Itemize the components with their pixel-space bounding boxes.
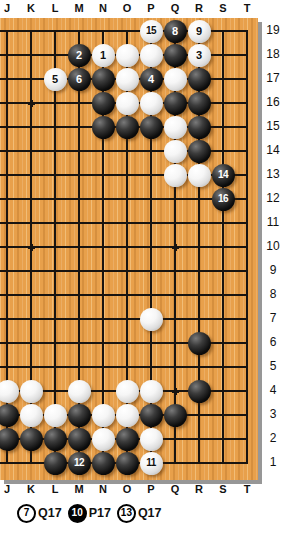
white-stone-R13	[188, 164, 211, 187]
star-point-Q4	[172, 388, 179, 395]
white-stone-Q13	[164, 164, 187, 187]
row-label-14: 14	[262, 143, 284, 157]
row-label-7: 7	[262, 311, 284, 325]
row-label-13: 13	[262, 167, 284, 181]
grid-line-col-S	[222, 30, 224, 464]
row-label-3: 3	[262, 407, 284, 421]
black-stone-M17: 6	[68, 68, 91, 91]
bottom-col-label-J: J	[0, 483, 17, 495]
move-number: 3	[196, 50, 202, 61]
black-stone-O1	[116, 452, 139, 475]
black-stone-N15	[92, 116, 115, 139]
black-stone-N17	[92, 68, 115, 91]
bottom-col-label-O: O	[117, 483, 137, 495]
row-label-9: 9	[262, 263, 284, 277]
row-label-1: 1	[262, 455, 284, 469]
grid-line-row-10	[0, 246, 248, 248]
black-stone-L1	[44, 452, 67, 475]
black-stone-Q18	[164, 44, 187, 67]
star-point-Q10	[172, 244, 179, 251]
bottom-col-label-P: P	[141, 483, 161, 495]
move-number: 6	[76, 74, 82, 85]
top-col-label-P: P	[141, 2, 161, 14]
white-stone-O18	[116, 44, 139, 67]
row-label-6: 6	[262, 335, 284, 349]
row-label-12: 12	[262, 191, 284, 205]
grid-line-row-12	[0, 198, 248, 200]
black-stone-S13: 14	[212, 164, 235, 187]
row-label-17: 17	[262, 71, 284, 85]
black-stone-O15	[116, 116, 139, 139]
black-stone-J2	[0, 428, 19, 451]
white-stone-K3	[20, 404, 43, 427]
grid-line-row-7	[0, 318, 248, 320]
black-stone-M1: 12	[68, 452, 91, 475]
top-col-label-S: S	[213, 2, 233, 14]
black-stone-K2	[20, 428, 43, 451]
bottom-col-label-T: T	[237, 483, 257, 495]
black-stone-P15	[140, 116, 163, 139]
bottom-col-label-Q: Q	[165, 483, 185, 495]
black-stone-S12: 16	[212, 188, 235, 211]
move-number: 16	[218, 194, 228, 204]
caption: 7Q1710P1713Q17	[17, 503, 166, 523]
go-board[interactable]: 158921356414161211	[0, 18, 258, 480]
white-stone-L3	[44, 404, 67, 427]
white-stone-O4	[116, 380, 139, 403]
bottom-col-label-L: L	[45, 483, 65, 495]
top-col-label-J: J	[0, 2, 17, 14]
black-stone-R14	[188, 140, 211, 163]
white-stone-M4	[68, 380, 91, 403]
white-stone-R19: 9	[188, 20, 211, 43]
row-label-8: 8	[262, 287, 284, 301]
top-col-label-K: K	[21, 2, 41, 14]
move-number: 5	[52, 74, 58, 85]
white-stone-J4	[0, 380, 19, 403]
white-stone-O3	[116, 404, 139, 427]
move-number: 11	[146, 458, 156, 468]
grid-line-row-8	[0, 294, 248, 296]
white-stone-P19: 15	[140, 20, 163, 43]
move-number: 8	[172, 26, 178, 37]
white-stone-P2	[140, 428, 163, 451]
row-label-4: 4	[262, 383, 284, 397]
black-stone-M3	[68, 404, 91, 427]
white-stone-N2	[92, 428, 115, 451]
grid-line-row-11	[0, 222, 248, 224]
move-number: 9	[196, 26, 202, 37]
black-stone-P3	[140, 404, 163, 427]
grid-line-row-5	[0, 366, 248, 368]
star-point-K10	[28, 244, 35, 251]
grid-line-row-14	[0, 150, 248, 152]
grid-line-row-13	[0, 174, 248, 176]
row-label-2: 2	[262, 431, 284, 445]
black-stone-R16	[188, 92, 211, 115]
top-col-label-N: N	[93, 2, 113, 14]
black-stone-R4	[188, 380, 211, 403]
move-number: 15	[146, 26, 156, 36]
black-stone-M18: 2	[68, 44, 91, 67]
black-stone-P17: 4	[140, 68, 163, 91]
move-number: 14	[218, 170, 228, 180]
caption-move-10-chip: 10	[68, 504, 87, 523]
row-label-18: 18	[262, 47, 284, 61]
top-col-label-L: L	[45, 2, 65, 14]
black-stone-R15	[188, 116, 211, 139]
white-stone-N3	[92, 404, 115, 427]
move-number: 4	[148, 74, 154, 85]
white-stone-N18: 1	[92, 44, 115, 67]
black-stone-N1	[92, 452, 115, 475]
black-stone-J3	[0, 404, 19, 427]
white-stone-P4	[140, 380, 163, 403]
caption-move-13-chip: 13	[117, 504, 136, 523]
black-stone-L2	[44, 428, 67, 451]
white-stone-Q17	[164, 68, 187, 91]
caption-move-7-point: Q17	[38, 506, 62, 520]
caption-move-7-chip: 7	[17, 504, 36, 523]
white-stone-R18: 3	[188, 44, 211, 67]
row-label-19: 19	[262, 23, 284, 37]
bottom-col-label-S: S	[213, 483, 233, 495]
white-stone-P7	[140, 308, 163, 331]
grid-line-col-T	[246, 30, 248, 464]
caption-move-10-point: P17	[89, 506, 111, 520]
bottom-col-label-M: M	[69, 483, 89, 495]
bottom-col-label-K: K	[21, 483, 41, 495]
row-label-11: 11	[262, 215, 284, 229]
top-col-label-M: M	[69, 2, 89, 14]
black-stone-Q19: 8	[164, 20, 187, 43]
bottom-col-label-R: R	[189, 483, 209, 495]
move-number: 2	[76, 50, 82, 61]
move-number: 12	[74, 458, 84, 468]
black-stone-Q16	[164, 92, 187, 115]
black-stone-R6	[188, 332, 211, 355]
bottom-col-label-N: N	[93, 483, 113, 495]
grid-line-row-9	[0, 270, 248, 272]
go-diagram: JKLMNOPQRST 158921356414161211 191817161…	[0, 0, 284, 537]
row-label-16: 16	[262, 95, 284, 109]
white-stone-Q14	[164, 140, 187, 163]
top-col-label-Q: Q	[165, 2, 185, 14]
white-stone-P1: 11	[140, 452, 163, 475]
row-label-5: 5	[262, 359, 284, 373]
black-stone-R17	[188, 68, 211, 91]
white-stone-P16	[140, 92, 163, 115]
grid-line-row-6	[0, 342, 248, 344]
white-stone-O17	[116, 68, 139, 91]
white-stone-L17: 5	[44, 68, 67, 91]
white-stone-O16	[116, 92, 139, 115]
black-stone-O2	[116, 428, 139, 451]
top-col-label-R: R	[189, 2, 209, 14]
black-stone-N16	[92, 92, 115, 115]
white-stone-Q15	[164, 116, 187, 139]
move-number: 1	[100, 50, 106, 61]
white-stone-K4	[20, 380, 43, 403]
row-label-10: 10	[262, 239, 284, 253]
black-stone-Q3	[164, 404, 187, 427]
star-point-K16	[28, 100, 35, 107]
grid-line-row-19	[0, 30, 248, 32]
row-label-15: 15	[262, 119, 284, 133]
black-stone-M2	[68, 428, 91, 451]
grid-line-col-L	[54, 30, 56, 464]
top-col-label-O: O	[117, 2, 137, 14]
white-stone-P18	[140, 44, 163, 67]
top-col-label-T: T	[237, 2, 257, 14]
caption-move-13-point: Q17	[138, 506, 162, 520]
